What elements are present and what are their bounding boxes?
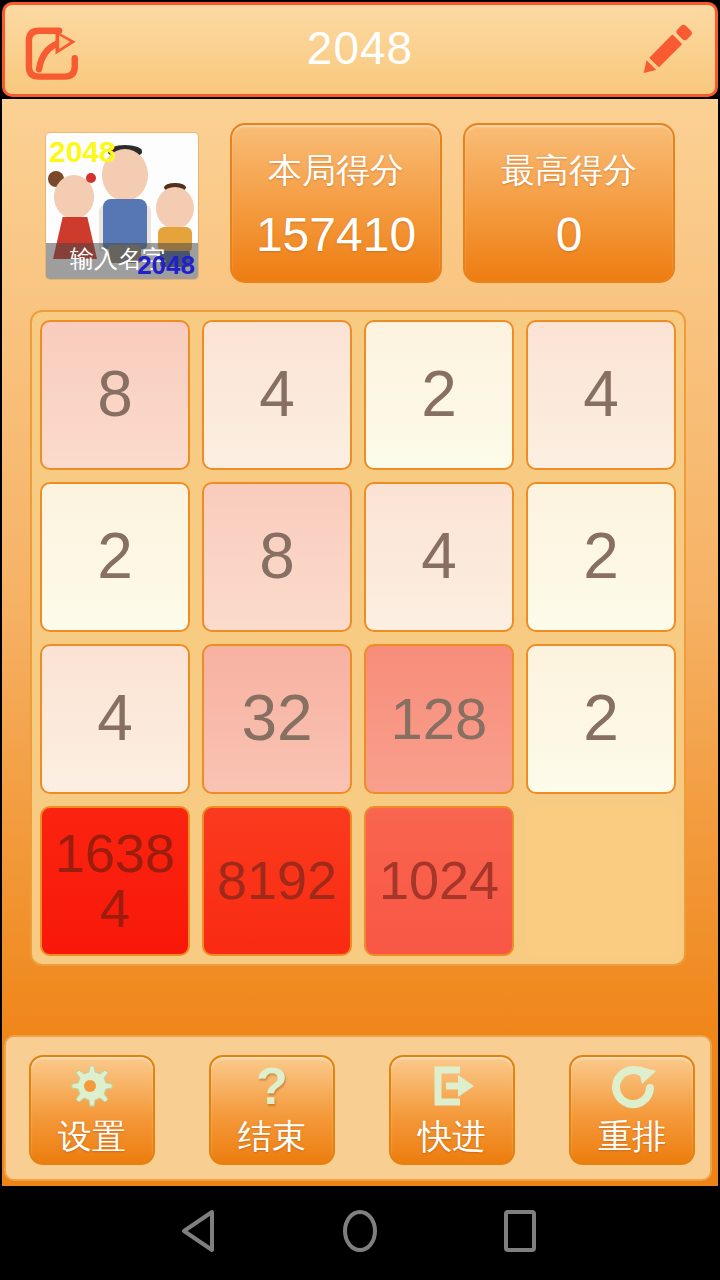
- avatar-2048-badge: 2048: [49, 135, 116, 169]
- best-score-value: 0: [556, 207, 583, 262]
- app-title: 2048: [5, 20, 715, 74]
- tile-4-r3c1: 4: [40, 644, 190, 794]
- tile-2-r2c4: 2: [526, 482, 676, 632]
- reshuffle-label: 重排: [598, 1114, 666, 1160]
- tile-2-r2c1: 2: [40, 482, 190, 632]
- tile-2-r3c4: 2: [526, 644, 676, 794]
- avatar-photo: [156, 187, 194, 229]
- tile-128-r3c3: 128: [364, 644, 514, 794]
- current-score-label: 本局得分: [268, 148, 404, 194]
- avatar-photo: [86, 173, 96, 183]
- tile-1024-r4c3: 1024: [364, 806, 514, 956]
- game-screen: 2048 输入名字 2048 本局得分 157410 最高得分 0 842428…: [2, 99, 718, 1186]
- title-bar: 2048: [2, 2, 718, 97]
- settings-button[interactable]: 设置: [29, 1055, 155, 1165]
- tile-8192-r4c2: 8192: [202, 806, 352, 956]
- tile-4-r1c4: 4: [526, 320, 676, 470]
- avatar-photo: [103, 199, 147, 249]
- back-icon[interactable]: [178, 1207, 222, 1259]
- fast-forward-button[interactable]: 快进: [389, 1055, 515, 1165]
- edit-name-button[interactable]: [633, 17, 699, 83]
- question-icon: ?: [256, 1060, 288, 1112]
- pencil-icon: [633, 69, 699, 86]
- tile-8-r2c2: 8: [202, 482, 352, 632]
- end-game-label: 结束: [238, 1114, 306, 1160]
- tile-32-r3c2: 32: [202, 644, 352, 794]
- tile-4-r2c3: 4: [364, 482, 514, 632]
- player-avatar[interactable]: 2048 输入名字 2048: [46, 133, 198, 279]
- current-score-box: 本局得分 157410: [230, 123, 442, 283]
- best-score-box: 最高得分 0: [463, 123, 675, 283]
- end-game-button[interactable]: ? 结束: [209, 1055, 335, 1165]
- android-navigation-bar: [0, 1186, 720, 1280]
- tile-16384-r4c1: 16384: [40, 806, 190, 956]
- fast-forward-label: 快进: [418, 1114, 486, 1160]
- settings-label: 设置: [58, 1114, 126, 1160]
- recents-icon[interactable]: [500, 1207, 540, 1259]
- gear-icon: [68, 1060, 116, 1112]
- best-score-label: 最高得分: [501, 148, 637, 194]
- tile-4-r1c2: 4: [202, 320, 352, 470]
- reshuffle-icon: [608, 1060, 656, 1112]
- reshuffle-button[interactable]: 重排: [569, 1055, 695, 1165]
- fast-forward-icon: [428, 1060, 476, 1112]
- avatar-2048-blue-badge: 2048: [137, 250, 195, 279]
- empty-cell-r4c4: [526, 806, 676, 956]
- board-2048[interactable]: 8424284243212821638481921024: [30, 310, 686, 966]
- home-icon[interactable]: [340, 1207, 380, 1259]
- current-score-value: 157410: [256, 207, 416, 262]
- bottom-toolbar: 设置 ? 结束 快进: [4, 1035, 712, 1181]
- tile-2-r1c3: 2: [364, 320, 514, 470]
- tile-8-r1c1: 8: [40, 320, 190, 470]
